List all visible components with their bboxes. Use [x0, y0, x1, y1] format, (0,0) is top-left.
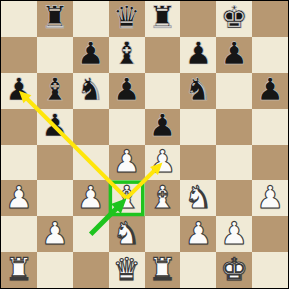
white-bishop[interactable]: ♝ [113, 182, 141, 213]
square-h5[interactable] [252, 109, 288, 145]
square-a3[interactable]: ♟ [1, 180, 37, 216]
square-f8[interactable] [180, 1, 216, 37]
square-f7[interactable]: ♟ [180, 37, 216, 73]
square-c1[interactable] [73, 252, 109, 288]
square-h8[interactable] [252, 1, 288, 37]
white-pawn[interactable]: ♟ [220, 218, 248, 249]
square-g3[interactable] [216, 180, 252, 216]
square-d7[interactable]: ♝ [109, 37, 145, 73]
black-pawn[interactable]: ♟ [256, 74, 284, 105]
square-b4[interactable] [37, 145, 73, 181]
square-e8[interactable]: ♜ [145, 1, 181, 37]
square-e7[interactable] [145, 37, 181, 73]
black-pawn[interactable]: ♟ [149, 110, 177, 141]
square-a6[interactable]: ♟ [1, 73, 37, 109]
square-c2[interactable] [73, 216, 109, 252]
square-f1[interactable] [180, 252, 216, 288]
black-pawn[interactable]: ♟ [41, 110, 69, 141]
square-h6[interactable]: ♟ [252, 73, 288, 109]
square-f4[interactable] [180, 145, 216, 181]
white-rook[interactable]: ♜ [149, 254, 177, 285]
square-d5[interactable] [109, 109, 145, 145]
square-c3[interactable]: ♟ [73, 180, 109, 216]
square-d3[interactable]: ♝ [109, 180, 145, 216]
chess-board-frame: ♜♛♜♚♟♝♟♟♟♝♞♟♞♟♟♟♟♟♟♟♝♝♞♟♟♞♟♟♜♛♜♚ [1, 1, 288, 288]
white-pawn[interactable]: ♟ [149, 146, 177, 177]
square-e4[interactable]: ♟ [145, 145, 181, 181]
black-rook[interactable]: ♜ [41, 2, 69, 33]
square-c7[interactable]: ♟ [73, 37, 109, 73]
square-c6[interactable]: ♞ [73, 73, 109, 109]
black-bishop[interactable]: ♝ [113, 38, 141, 69]
square-d4[interactable]: ♟ [109, 145, 145, 181]
square-a4[interactable] [1, 145, 37, 181]
square-e3[interactable]: ♝ [145, 180, 181, 216]
square-h4[interactable] [252, 145, 288, 181]
white-pawn[interactable]: ♟ [77, 182, 105, 213]
white-pawn[interactable]: ♟ [113, 146, 141, 177]
square-h3[interactable]: ♟ [252, 180, 288, 216]
square-h2[interactable] [252, 216, 288, 252]
square-g1[interactable]: ♚ [216, 252, 252, 288]
square-e5[interactable]: ♟ [145, 109, 181, 145]
white-queen[interactable]: ♛ [113, 254, 141, 285]
white-knight[interactable]: ♞ [113, 218, 141, 249]
square-b2[interactable]: ♟ [37, 216, 73, 252]
square-f2[interactable]: ♟ [180, 216, 216, 252]
square-d2[interactable]: ♞ [109, 216, 145, 252]
square-e1[interactable]: ♜ [145, 252, 181, 288]
square-a7[interactable] [1, 37, 37, 73]
black-pawn[interactable]: ♟ [184, 38, 212, 69]
square-f3[interactable]: ♞ [180, 180, 216, 216]
black-pawn[interactable]: ♟ [77, 38, 105, 69]
black-pawn[interactable]: ♟ [5, 74, 33, 105]
square-c4[interactable] [73, 145, 109, 181]
square-d1[interactable]: ♛ [109, 252, 145, 288]
square-g7[interactable]: ♟ [216, 37, 252, 73]
square-e6[interactable] [145, 73, 181, 109]
square-b8[interactable]: ♜ [37, 1, 73, 37]
black-king[interactable]: ♚ [220, 2, 248, 33]
square-b3[interactable] [37, 180, 73, 216]
square-g2[interactable]: ♟ [216, 216, 252, 252]
black-queen[interactable]: ♛ [113, 2, 141, 33]
square-a5[interactable] [1, 109, 37, 145]
square-f5[interactable] [180, 109, 216, 145]
white-pawn[interactable]: ♟ [5, 182, 33, 213]
white-bishop[interactable]: ♝ [149, 182, 177, 213]
square-g4[interactable] [216, 145, 252, 181]
chess-board: ♜♛♜♚♟♝♟♟♟♝♞♟♞♟♟♟♟♟♟♟♝♝♞♟♟♞♟♟♜♛♜♚ [1, 1, 288, 288]
square-b7[interactable] [37, 37, 73, 73]
black-pawn[interactable]: ♟ [113, 74, 141, 105]
square-g8[interactable]: ♚ [216, 1, 252, 37]
square-a8[interactable] [1, 1, 37, 37]
square-d8[interactable]: ♛ [109, 1, 145, 37]
square-f6[interactable]: ♞ [180, 73, 216, 109]
black-pawn[interactable]: ♟ [220, 38, 248, 69]
white-pawn[interactable]: ♟ [41, 218, 69, 249]
white-knight[interactable]: ♞ [184, 182, 212, 213]
square-c8[interactable] [73, 1, 109, 37]
square-b1[interactable] [37, 252, 73, 288]
square-c5[interactable] [73, 109, 109, 145]
square-e2[interactable] [145, 216, 181, 252]
white-rook[interactable]: ♜ [5, 254, 33, 285]
square-a1[interactable]: ♜ [1, 252, 37, 288]
white-pawn[interactable]: ♟ [256, 182, 284, 213]
square-h1[interactable] [252, 252, 288, 288]
square-b6[interactable]: ♝ [37, 73, 73, 109]
square-g5[interactable] [216, 109, 252, 145]
square-a2[interactable] [1, 216, 37, 252]
white-pawn[interactable]: ♟ [184, 218, 212, 249]
square-b5[interactable]: ♟ [37, 109, 73, 145]
white-king[interactable]: ♚ [220, 254, 248, 285]
black-knight[interactable]: ♞ [184, 74, 212, 105]
square-g6[interactable] [216, 73, 252, 109]
black-rook[interactable]: ♜ [149, 2, 177, 33]
square-h7[interactable] [252, 37, 288, 73]
black-bishop[interactable]: ♝ [41, 74, 69, 105]
black-knight[interactable]: ♞ [77, 74, 105, 105]
square-d6[interactable]: ♟ [109, 73, 145, 109]
